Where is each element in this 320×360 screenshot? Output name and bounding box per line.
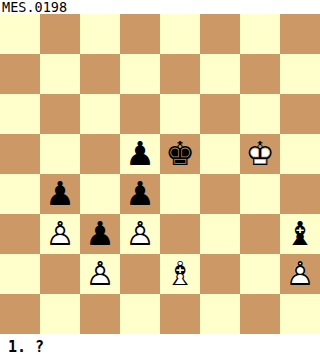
square-g8[interactable] (240, 14, 280, 54)
square-e7[interactable] (160, 54, 200, 94)
black-pawn-piece: ♟ (120, 174, 160, 214)
square-c3[interactable]: ♟ (80, 214, 120, 254)
square-e5[interactable]: ♚ (160, 134, 200, 174)
square-h5[interactable] (280, 134, 320, 174)
square-d7[interactable] (120, 54, 160, 94)
square-g6[interactable] (240, 94, 280, 134)
white-pawn-piece: ♟♙ (280, 254, 320, 294)
diagram-title: MES.0198 (2, 0, 67, 14)
square-a4[interactable] (0, 174, 40, 214)
square-e8[interactable] (160, 14, 200, 54)
square-d1[interactable] (120, 294, 160, 334)
square-f7[interactable] (200, 54, 240, 94)
square-g1[interactable] (240, 294, 280, 334)
square-d2[interactable] (120, 254, 160, 294)
square-e1[interactable] (160, 294, 200, 334)
square-h2[interactable]: ♟♙ (280, 254, 320, 294)
square-h7[interactable] (280, 54, 320, 94)
square-e2[interactable]: ♝♗ (160, 254, 200, 294)
square-f6[interactable] (200, 94, 240, 134)
square-e6[interactable] (160, 94, 200, 134)
white-pawn-piece: ♟♙ (40, 214, 80, 254)
square-a5[interactable] (0, 134, 40, 174)
square-f5[interactable] (200, 134, 240, 174)
square-a7[interactable] (0, 54, 40, 94)
square-d4[interactable]: ♟ (120, 174, 160, 214)
chess-diagram-window: MES.0198 ♟♚♚♔♟♟♟♙♟♟♙♝♟♙♝♗♟♙ 1. ? (0, 0, 320, 360)
square-e4[interactable] (160, 174, 200, 214)
black-king-piece: ♚ (160, 134, 200, 174)
square-d8[interactable] (120, 14, 160, 54)
square-a3[interactable] (0, 214, 40, 254)
square-f8[interactable] (200, 14, 240, 54)
square-d3[interactable]: ♟♙ (120, 214, 160, 254)
square-c8[interactable] (80, 14, 120, 54)
square-e3[interactable] (160, 214, 200, 254)
square-a2[interactable] (0, 254, 40, 294)
chess-board: ♟♚♚♔♟♟♟♙♟♟♙♝♟♙♝♗♟♙ (0, 14, 320, 334)
square-f1[interactable] (200, 294, 240, 334)
square-c5[interactable] (80, 134, 120, 174)
white-pawn-piece: ♟♙ (80, 254, 120, 294)
square-d5[interactable]: ♟ (120, 134, 160, 174)
square-h6[interactable] (280, 94, 320, 134)
square-a8[interactable] (0, 14, 40, 54)
square-c6[interactable] (80, 94, 120, 134)
square-g5[interactable]: ♚♔ (240, 134, 280, 174)
square-b6[interactable] (40, 94, 80, 134)
square-b7[interactable] (40, 54, 80, 94)
white-pawn-piece: ♟♙ (120, 214, 160, 254)
square-h1[interactable] (280, 294, 320, 334)
square-b5[interactable] (40, 134, 80, 174)
square-g3[interactable] (240, 214, 280, 254)
square-a6[interactable] (0, 94, 40, 134)
square-b3[interactable]: ♟♙ (40, 214, 80, 254)
square-h8[interactable] (280, 14, 320, 54)
square-a1[interactable] (0, 294, 40, 334)
square-b2[interactable] (40, 254, 80, 294)
square-f3[interactable] (200, 214, 240, 254)
square-f4[interactable] (200, 174, 240, 214)
black-pawn-piece: ♟ (120, 134, 160, 174)
move-prompt: 1. ? (8, 336, 44, 358)
square-d6[interactable] (120, 94, 160, 134)
square-f2[interactable] (200, 254, 240, 294)
square-b8[interactable] (40, 14, 80, 54)
black-pawn-piece: ♟ (80, 214, 120, 254)
square-c2[interactable]: ♟♙ (80, 254, 120, 294)
square-g4[interactable] (240, 174, 280, 214)
square-c4[interactable] (80, 174, 120, 214)
black-bishop-piece: ♝ (280, 214, 320, 254)
square-c1[interactable] (80, 294, 120, 334)
white-king-piece: ♚♔ (240, 134, 280, 174)
square-g2[interactable] (240, 254, 280, 294)
square-b4[interactable]: ♟ (40, 174, 80, 214)
square-h3[interactable]: ♝ (280, 214, 320, 254)
white-bishop-piece: ♝♗ (160, 254, 200, 294)
black-pawn-piece: ♟ (40, 174, 80, 214)
square-g7[interactable] (240, 54, 280, 94)
square-h4[interactable] (280, 174, 320, 214)
square-b1[interactable] (40, 294, 80, 334)
square-c7[interactable] (80, 54, 120, 94)
